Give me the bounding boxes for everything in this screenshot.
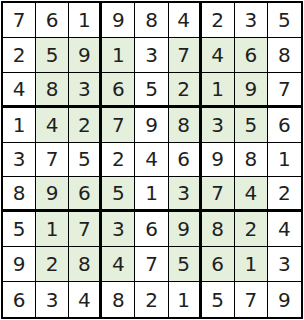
cell-r3c1[interactable]: 4 [3, 73, 36, 108]
cell-r9c3[interactable]: 4 [69, 282, 102, 317]
cell-r9c9[interactable]: 9 [268, 282, 301, 317]
cell-r6c9[interactable]: 2 [268, 177, 301, 212]
cell-r8c5[interactable]: 7 [135, 247, 168, 282]
cell-r4c5[interactable]: 9 [135, 108, 168, 143]
cell-r8c6[interactable]: 5 [169, 247, 202, 282]
cell-r3c6[interactable]: 2 [169, 73, 202, 108]
cell-r7c6[interactable]: 9 [169, 212, 202, 247]
cell-r4c7[interactable]: 3 [202, 108, 235, 143]
cell-r2c3[interactable]: 9 [69, 38, 102, 73]
cell-r9c8[interactable]: 7 [235, 282, 268, 317]
cell-r1c6[interactable]: 4 [169, 3, 202, 38]
cell-r9c2[interactable]: 3 [36, 282, 69, 317]
cell-r7c1[interactable]: 5 [3, 212, 36, 247]
cell-r2c1[interactable]: 2 [3, 38, 36, 73]
cell-r4c3[interactable]: 2 [69, 108, 102, 143]
cell-r5c4[interactable]: 2 [102, 143, 135, 178]
cell-r2c7[interactable]: 4 [202, 38, 235, 73]
sudoku-board: 7619842352591374684836521971427983563752… [1, 1, 303, 319]
cell-r1c7[interactable]: 2 [202, 3, 235, 38]
cell-r4c6[interactable]: 8 [169, 108, 202, 143]
cell-r2c9[interactable]: 8 [268, 38, 301, 73]
cell-r3c3[interactable]: 3 [69, 73, 102, 108]
cell-r5c3[interactable]: 5 [69, 143, 102, 178]
cell-r1c9[interactable]: 5 [268, 3, 301, 38]
cell-r4c1[interactable]: 1 [3, 108, 36, 143]
cell-r7c2[interactable]: 1 [36, 212, 69, 247]
cell-r2c4[interactable]: 1 [102, 38, 135, 73]
cell-r7c9[interactable]: 4 [268, 212, 301, 247]
cell-r2c6[interactable]: 7 [169, 38, 202, 73]
cell-r3c9[interactable]: 7 [268, 73, 301, 108]
cell-r3c4[interactable]: 6 [102, 73, 135, 108]
cell-r3c2[interactable]: 8 [36, 73, 69, 108]
cell-r3c7[interactable]: 1 [202, 73, 235, 108]
cell-r6c4[interactable]: 5 [102, 177, 135, 212]
cell-r9c7[interactable]: 5 [202, 282, 235, 317]
cell-r5c7[interactable]: 9 [202, 143, 235, 178]
cell-r7c5[interactable]: 6 [135, 212, 168, 247]
cell-r6c8[interactable]: 4 [235, 177, 268, 212]
cell-r8c2[interactable]: 2 [36, 247, 69, 282]
cell-r9c6[interactable]: 1 [169, 282, 202, 317]
cell-r5c1[interactable]: 3 [3, 143, 36, 178]
cell-r5c8[interactable]: 8 [235, 143, 268, 178]
cell-r9c4[interactable]: 8 [102, 282, 135, 317]
cell-r7c8[interactable]: 2 [235, 212, 268, 247]
cell-r6c1[interactable]: 8 [3, 177, 36, 212]
cell-r8c9[interactable]: 3 [268, 247, 301, 282]
cell-r3c8[interactable]: 9 [235, 73, 268, 108]
cell-r6c7[interactable]: 7 [202, 177, 235, 212]
cell-r1c8[interactable]: 3 [235, 3, 268, 38]
cell-r4c9[interactable]: 6 [268, 108, 301, 143]
cell-r8c4[interactable]: 4 [102, 247, 135, 282]
cell-r6c2[interactable]: 9 [36, 177, 69, 212]
cell-r6c6[interactable]: 3 [169, 177, 202, 212]
cell-r5c5[interactable]: 4 [135, 143, 168, 178]
cell-r4c8[interactable]: 5 [235, 108, 268, 143]
cell-r5c2[interactable]: 7 [36, 143, 69, 178]
cell-r4c2[interactable]: 4 [36, 108, 69, 143]
cell-r1c3[interactable]: 1 [69, 3, 102, 38]
cell-r2c5[interactable]: 3 [135, 38, 168, 73]
cell-r9c5[interactable]: 2 [135, 282, 168, 317]
cell-r4c4[interactable]: 7 [102, 108, 135, 143]
cell-r8c8[interactable]: 1 [235, 247, 268, 282]
cell-r1c2[interactable]: 6 [36, 3, 69, 38]
cell-r9c1[interactable]: 6 [3, 282, 36, 317]
cell-r5c6[interactable]: 6 [169, 143, 202, 178]
cell-r7c4[interactable]: 3 [102, 212, 135, 247]
cell-r3c5[interactable]: 5 [135, 73, 168, 108]
cell-r8c3[interactable]: 8 [69, 247, 102, 282]
cell-r7c7[interactable]: 8 [202, 212, 235, 247]
cell-r8c1[interactable]: 9 [3, 247, 36, 282]
cell-r1c5[interactable]: 8 [135, 3, 168, 38]
cell-r6c3[interactable]: 6 [69, 177, 102, 212]
cell-r1c4[interactable]: 9 [102, 3, 135, 38]
cell-r6c5[interactable]: 1 [135, 177, 168, 212]
cell-r2c8[interactable]: 6 [235, 38, 268, 73]
cell-r2c2[interactable]: 5 [36, 38, 69, 73]
cell-r5c9[interactable]: 1 [268, 143, 301, 178]
cell-r8c7[interactable]: 6 [202, 247, 235, 282]
cell-r7c3[interactable]: 7 [69, 212, 102, 247]
cell-r1c1[interactable]: 7 [3, 3, 36, 38]
